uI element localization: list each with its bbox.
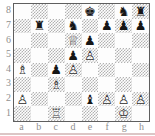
black-rook-h8: ♜ [135, 5, 147, 18]
square-f4[interactable] [98, 63, 115, 78]
square-d8[interactable] [65, 4, 82, 19]
black-pawn-g7: ♟ [118, 19, 130, 32]
rank-label-6: 6 [0, 32, 11, 47]
black-knight-d7: ♞ [67, 19, 79, 32]
rank-label-7: 7 [0, 18, 11, 33]
square-d3[interactable] [65, 77, 82, 92]
square-b6[interactable] [31, 33, 48, 48]
white-pawn-g2: ♙ [118, 93, 130, 106]
bottom-rule-divider [0, 133, 155, 135]
file-label-c: c [47, 121, 64, 133]
square-f8[interactable] [98, 4, 115, 19]
square-g5[interactable] [115, 48, 132, 63]
chess-diagram: 87654321 ♚♞♜♜♞♟♟♟♕♟♟♙♗♟♙♗♙♝♙♙♙♖♔ abcdefg… [0, 0, 155, 136]
square-e8[interactable]: ♚ [82, 4, 99, 19]
square-a8[interactable] [14, 4, 31, 19]
square-h4[interactable] [132, 63, 149, 78]
square-e3[interactable] [82, 77, 99, 92]
square-c6[interactable] [48, 33, 65, 48]
black-rook-b7: ♜ [33, 19, 45, 32]
square-b1[interactable] [31, 106, 48, 121]
square-a3[interactable] [14, 77, 31, 92]
file-label-d: d [64, 121, 81, 133]
square-d5[interactable]: ♟ [65, 48, 82, 63]
square-f2[interactable]: ♙ [98, 92, 115, 107]
square-d6[interactable]: ♕ [65, 33, 82, 48]
file-labels: abcdefgh [13, 121, 150, 133]
square-c8[interactable] [48, 4, 65, 19]
black-king-e8: ♚ [84, 5, 96, 18]
rank-label-3: 3 [0, 76, 11, 91]
square-c3[interactable]: ♗ [48, 77, 65, 92]
square-c4[interactable]: ♟ [48, 63, 65, 78]
white-pawn-h2: ♙ [135, 93, 147, 106]
black-pawn-d5: ♟ [67, 49, 79, 62]
square-f7[interactable]: ♟ [98, 19, 115, 34]
square-h6[interactable] [132, 33, 149, 48]
white-king-g1: ♔ [118, 107, 130, 120]
square-b7[interactable]: ♜ [31, 19, 48, 34]
square-f6[interactable] [98, 33, 115, 48]
square-g4[interactable] [115, 63, 132, 78]
square-g7[interactable]: ♟ [115, 19, 132, 34]
rank-label-2: 2 [0, 91, 11, 106]
black-bishop-e2: ♝ [84, 93, 96, 106]
square-d1[interactable] [65, 106, 82, 121]
square-b4[interactable] [31, 63, 48, 78]
white-queen-d6: ♕ [67, 34, 79, 47]
white-pawn-e5: ♙ [84, 49, 96, 62]
square-h5[interactable] [132, 48, 149, 63]
square-h7[interactable]: ♟ [132, 19, 149, 34]
square-b5[interactable] [31, 48, 48, 63]
square-h8[interactable]: ♜ [132, 4, 149, 19]
square-g8[interactable]: ♞ [115, 4, 132, 19]
white-rook-c1: ♖ [50, 107, 62, 120]
square-h2[interactable]: ♙ [132, 92, 149, 107]
white-bishop-a4: ♗ [17, 63, 29, 76]
square-e2[interactable]: ♝ [82, 92, 99, 107]
square-a6[interactable] [14, 33, 31, 48]
rank-label-1: 1 [0, 105, 11, 120]
square-h1[interactable] [132, 106, 149, 121]
square-g1[interactable]: ♔ [115, 106, 132, 121]
square-e1[interactable] [82, 106, 99, 121]
white-pawn-d4: ♙ [67, 63, 79, 76]
black-knight-g8: ♞ [118, 5, 130, 18]
square-g3[interactable] [115, 77, 132, 92]
square-e7[interactable] [82, 19, 99, 34]
black-pawn-f7: ♟ [101, 19, 113, 32]
rank-label-5: 5 [0, 47, 11, 62]
square-f1[interactable] [98, 106, 115, 121]
square-a1[interactable] [14, 106, 31, 121]
square-d7[interactable]: ♞ [65, 19, 82, 34]
file-label-f: f [99, 121, 116, 133]
square-a4[interactable]: ♗ [14, 63, 31, 78]
square-b8[interactable] [31, 4, 48, 19]
square-g2[interactable]: ♙ [115, 92, 132, 107]
white-bishop-c3: ♗ [50, 78, 62, 91]
black-pawn-c4: ♟ [50, 63, 62, 76]
chess-board: ♚♞♜♜♞♟♟♟♕♟♟♙♗♟♙♗♙♝♙♙♙♖♔ [13, 3, 150, 122]
square-h3[interactable] [132, 77, 149, 92]
rank-labels: 87654321 [0, 3, 11, 120]
square-b2[interactable] [31, 92, 48, 107]
square-c7[interactable] [48, 19, 65, 34]
rank-label-4: 4 [0, 62, 11, 77]
square-g6[interactable] [115, 33, 132, 48]
file-label-g: g [116, 121, 133, 133]
square-f5[interactable] [98, 48, 115, 63]
square-f3[interactable] [98, 77, 115, 92]
white-pawn-f2: ♙ [101, 93, 113, 106]
square-d2[interactable] [65, 92, 82, 107]
file-label-h: h [133, 121, 150, 133]
square-a2[interactable]: ♙ [14, 92, 31, 107]
file-label-a: a [13, 121, 30, 133]
square-e5[interactable]: ♙ [82, 48, 99, 63]
square-c2[interactable] [48, 92, 65, 107]
square-e6[interactable]: ♟ [82, 33, 99, 48]
square-c5[interactable] [48, 48, 65, 63]
square-a7[interactable] [14, 19, 31, 34]
black-pawn-h7: ♟ [135, 19, 147, 32]
file-label-b: b [30, 121, 47, 133]
file-label-e: e [82, 121, 99, 133]
rank-label-8: 8 [0, 3, 11, 18]
square-e4[interactable] [82, 63, 99, 78]
square-c1[interactable]: ♖ [48, 106, 65, 121]
square-d4[interactable]: ♙ [65, 63, 82, 78]
square-b3[interactable] [31, 77, 48, 92]
square-a5[interactable] [14, 48, 31, 63]
white-pawn-a2: ♙ [17, 93, 29, 106]
black-pawn-e6: ♟ [84, 34, 96, 47]
